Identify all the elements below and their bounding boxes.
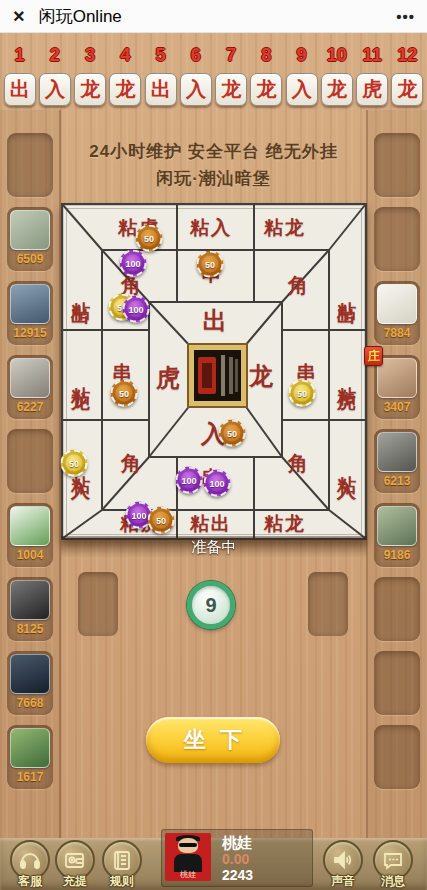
result-tile: 龙 bbox=[250, 73, 282, 106]
player-avatar bbox=[377, 506, 417, 546]
player-id: 7884 bbox=[374, 326, 420, 340]
round-number: 2 bbox=[37, 45, 72, 66]
player-avatar bbox=[10, 654, 50, 694]
result-tile: 入 bbox=[180, 73, 212, 106]
chat-bubble-icon bbox=[381, 848, 405, 872]
seat-empty[interactable] bbox=[374, 577, 420, 641]
button-label: 消息 bbox=[370, 873, 416, 890]
wallet-icon bbox=[63, 848, 87, 872]
history-round-numbers: 1 2 3 4 5 6 7 8 9 10 11 12 bbox=[2, 45, 425, 66]
bet-chip: 50 bbox=[111, 380, 138, 407]
player-id: 6509 bbox=[7, 252, 53, 266]
customer-service-button[interactable]: 客服 bbox=[7, 840, 53, 890]
countdown-timer: 9 bbox=[187, 581, 235, 629]
round-number: 7 bbox=[214, 45, 249, 66]
seat-empty-bottom-left[interactable] bbox=[78, 572, 118, 636]
result-tile: 入 bbox=[286, 73, 318, 106]
bet-chip: 100 bbox=[123, 296, 150, 323]
bet-zone-nian-ru-right[interactable]: 粘入 bbox=[338, 461, 357, 467]
player-id: 1617 bbox=[7, 770, 53, 784]
button-label: 声音 bbox=[320, 873, 366, 890]
round-number: 4 bbox=[108, 45, 143, 66]
round-number: 12 bbox=[390, 45, 425, 66]
seat-player[interactable]: 8125 bbox=[7, 577, 53, 641]
bet-zone-nian-chu-left[interactable]: 粘出 bbox=[72, 287, 91, 293]
seat-player[interactable]: 6509 bbox=[7, 207, 53, 271]
round-number: 9 bbox=[284, 45, 319, 66]
player-id: 8125 bbox=[7, 622, 53, 636]
player-id: 7668 bbox=[7, 696, 53, 710]
seat-player[interactable]: 7668 bbox=[7, 651, 53, 715]
seat-empty[interactable] bbox=[374, 207, 420, 271]
center-tile-facedown bbox=[188, 344, 247, 407]
headset-icon bbox=[18, 848, 42, 872]
bet-zone-nian-long-top[interactable]: 粘龙 bbox=[264, 215, 306, 241]
result-tile: 出 bbox=[145, 73, 177, 106]
more-menu-icon[interactable]: ••• bbox=[396, 8, 415, 25]
page-title: 闲玩Online bbox=[39, 5, 122, 28]
bet-zone-nian-hu-right[interactable]: 粘虎 bbox=[338, 372, 357, 378]
speaker-icon bbox=[331, 848, 355, 872]
result-tile: 入 bbox=[39, 73, 71, 106]
player-avatar bbox=[10, 210, 50, 250]
rulebook-icon bbox=[110, 848, 134, 872]
player-id: 9186 bbox=[374, 548, 420, 562]
player-id: 12915 bbox=[7, 326, 53, 340]
bet-chip: 50 bbox=[148, 507, 175, 534]
round-number: 8 bbox=[249, 45, 284, 66]
player-avatar bbox=[377, 432, 417, 472]
bet-chip: 50 bbox=[197, 251, 224, 278]
seat-player[interactable]: 9186 bbox=[374, 503, 420, 567]
rules-button[interactable]: 规则 bbox=[99, 840, 145, 890]
header: × 闲玩Online ••• bbox=[0, 0, 427, 33]
bet-zone-jiao-topright[interactable]: 角 bbox=[288, 272, 308, 299]
betting-board: 粘虎 粘入 粘龙 粘虎 粘出 粘龙 粘出 粘龙 粘入 粘出 粘虎 粘入 角 角 … bbox=[61, 203, 367, 540]
bet-chip: 100 bbox=[120, 250, 147, 277]
button-label: 充提 bbox=[52, 873, 98, 890]
recharge-withdraw-button[interactable]: 充提 bbox=[52, 840, 98, 890]
player-profile-card: 桃娃 桃娃 0.00 2243 bbox=[161, 829, 313, 887]
player-avatar bbox=[10, 506, 50, 546]
result-tile: 龙 bbox=[109, 73, 141, 106]
result-tile: 出 bbox=[4, 73, 36, 106]
round-number: 5 bbox=[143, 45, 178, 66]
bet-zone-nian-ru-top[interactable]: 粘入 bbox=[190, 215, 232, 241]
seat-player[interactable]: 7884 bbox=[374, 281, 420, 345]
profile-avatar: 桃娃 bbox=[165, 833, 211, 881]
banner-line2: 闲玩·潮汕暗堡 bbox=[60, 165, 367, 192]
bet-zone-nian-long-bottom[interactable]: 粘龙 bbox=[264, 511, 306, 537]
bet-zone-nian-long-left[interactable]: 粘龙 bbox=[72, 372, 91, 378]
seat-player[interactable]: 1617 bbox=[7, 725, 53, 789]
bet-chip: 100 bbox=[204, 470, 231, 497]
player-id: 1004 bbox=[7, 548, 53, 562]
result-tile: 虎 bbox=[356, 73, 388, 106]
result-tile: 龙 bbox=[215, 73, 247, 106]
sound-button[interactable]: 声音 bbox=[320, 840, 366, 890]
history-result-tiles: 出 入 龙 龙 出 入 龙 龙 入 龙 虎 龙 bbox=[2, 73, 425, 106]
bet-zone-nian-chu-right[interactable]: 粘出 bbox=[338, 287, 357, 293]
bet-chip: 50 bbox=[136, 225, 163, 252]
avatar-name-tag: 桃娃 bbox=[165, 869, 211, 880]
bet-chip: 50 bbox=[289, 380, 316, 407]
close-icon[interactable]: × bbox=[13, 6, 25, 26]
message-button[interactable]: 消息 bbox=[370, 840, 416, 890]
player-avatar bbox=[10, 358, 50, 398]
status-text: 准备中 bbox=[61, 536, 367, 558]
seat-empty[interactable] bbox=[7, 133, 53, 197]
seat-empty[interactable] bbox=[374, 725, 420, 789]
round-number: 1 bbox=[2, 45, 37, 66]
sunglasses bbox=[179, 843, 197, 847]
player-id: 6227 bbox=[7, 400, 53, 414]
round-number: 10 bbox=[319, 45, 354, 66]
bet-zone-jiao-bottomleft[interactable]: 角 bbox=[121, 450, 141, 477]
seat-player[interactable]: 6213 bbox=[374, 429, 420, 493]
sit-down-button[interactable]: 坐下 bbox=[146, 717, 280, 763]
result-tile: 龙 bbox=[391, 73, 423, 106]
bet-chip: 50 bbox=[61, 450, 88, 477]
button-label: 规则 bbox=[99, 873, 145, 890]
seat-player[interactable]: 12915 bbox=[7, 281, 53, 345]
profile-balance: 0.00 bbox=[222, 851, 312, 867]
bet-zone-jiao-bottomright[interactable]: 角 bbox=[288, 450, 308, 477]
player-avatar bbox=[10, 284, 50, 324]
seat-player[interactable]: 1004 bbox=[7, 503, 53, 567]
player-avatar bbox=[10, 580, 50, 620]
round-number: 6 bbox=[178, 45, 213, 66]
bet-zone-hu[interactable]: 虎 bbox=[156, 362, 180, 394]
bet-zone-nian-chu-bottom[interactable]: 粘出 bbox=[190, 511, 232, 537]
seat-player[interactable]: 6227 bbox=[7, 355, 53, 419]
seat-empty[interactable] bbox=[7, 429, 53, 493]
round-number: 3 bbox=[73, 45, 108, 66]
app-screen: × 闲玩Online ••• 1 2 3 4 5 6 7 8 9 10 11 1… bbox=[0, 0, 427, 890]
seat-empty-bottom-right[interactable] bbox=[308, 572, 348, 636]
profile-coins: 2243 bbox=[222, 867, 312, 883]
player-avatar bbox=[377, 358, 417, 398]
result-tile: 龙 bbox=[321, 73, 353, 106]
banker-badge: 庄 bbox=[364, 346, 383, 366]
bet-chip: 100 bbox=[176, 467, 203, 494]
bottom-bar: 客服 充提 规则 桃娃 桃娃 0.00 2243 bbox=[0, 838, 427, 890]
player-avatar bbox=[10, 728, 50, 768]
promo-banner: 24小时维护 安全平台 绝无外挂 闲玩·潮汕暗堡 bbox=[60, 138, 367, 192]
result-tile: 龙 bbox=[74, 73, 106, 106]
profile-name: 桃娃 bbox=[222, 835, 312, 851]
bet-chip: 50 bbox=[219, 420, 246, 447]
player-id: 6213 bbox=[374, 474, 420, 488]
seat-empty[interactable] bbox=[374, 651, 420, 715]
banner-line1: 24小时维护 安全平台 绝无外挂 bbox=[60, 138, 367, 165]
bet-zone-chu[interactable]: 出 bbox=[203, 305, 227, 337]
button-label: 客服 bbox=[7, 873, 53, 890]
seat-empty[interactable] bbox=[374, 133, 420, 197]
player-avatar bbox=[377, 284, 417, 324]
round-number: 11 bbox=[355, 45, 390, 66]
bet-zone-long[interactable]: 龙 bbox=[249, 360, 273, 392]
player-id: 3407 bbox=[374, 400, 420, 414]
